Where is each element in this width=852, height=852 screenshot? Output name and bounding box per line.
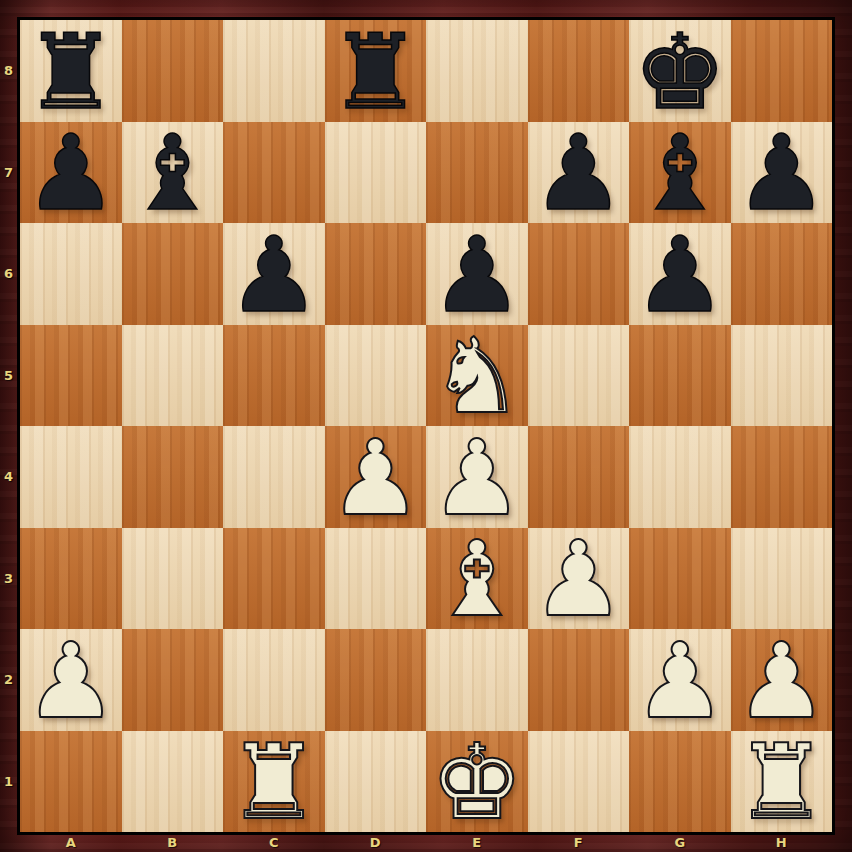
square-b7[interactable]: ♝: [122, 122, 224, 224]
square-g2[interactable]: ♟: [629, 629, 731, 731]
rank-label-1: 1: [0, 731, 17, 833]
square-b4[interactable]: [122, 426, 224, 528]
square-f5[interactable]: [528, 325, 630, 427]
black-pawn-piece[interactable]: ♟: [227, 223, 320, 325]
file-label-f: F: [528, 832, 630, 852]
square-b1[interactable]: [122, 731, 224, 833]
square-a4[interactable]: [20, 426, 122, 528]
rank-label-4: 4: [0, 426, 17, 528]
black-pawn-piece[interactable]: ♟: [532, 122, 625, 224]
board: ♜♜♚♟♝♟♝♟♟♟♟♞♟♟♝♟♟♟♟♜♚♜: [17, 17, 835, 835]
square-h3[interactable]: [731, 528, 833, 630]
square-c2[interactable]: [223, 629, 325, 731]
square-c7[interactable]: [223, 122, 325, 224]
black-pawn-piece[interactable]: ♟: [735, 122, 828, 224]
white-rook-piece[interactable]: ♜: [227, 731, 320, 833]
white-pawn-piece[interactable]: ♟: [532, 528, 625, 630]
white-king-piece[interactable]: ♚: [430, 731, 523, 833]
file-label-h: H: [731, 832, 833, 852]
square-g8[interactable]: ♚: [629, 20, 731, 122]
square-h8[interactable]: [731, 20, 833, 122]
square-d1[interactable]: [325, 731, 427, 833]
square-g6[interactable]: ♟: [629, 223, 731, 325]
square-d4[interactable]: ♟: [325, 426, 427, 528]
rank-label-5: 5: [0, 325, 17, 427]
black-bishop-piece[interactable]: ♝: [126, 122, 219, 224]
chess-board-frame: 87654321 ♜♜♚♟♝♟♝♟♟♟♟♞♟♟♝♟♟♟♟♜♚♜ ABCDEFGH: [0, 0, 852, 852]
square-e3[interactable]: ♝: [426, 528, 528, 630]
square-a7[interactable]: ♟: [20, 122, 122, 224]
square-a2[interactable]: ♟: [20, 629, 122, 731]
square-h7[interactable]: ♟: [731, 122, 833, 224]
square-b8[interactable]: [122, 20, 224, 122]
square-f1[interactable]: [528, 731, 630, 833]
white-pawn-piece[interactable]: ♟: [430, 426, 523, 528]
square-h6[interactable]: [731, 223, 833, 325]
file-label-e: E: [426, 832, 528, 852]
rank-label-8: 8: [0, 20, 17, 122]
black-king-piece[interactable]: ♚: [633, 20, 726, 122]
square-g1[interactable]: [629, 731, 731, 833]
square-d6[interactable]: [325, 223, 427, 325]
square-g5[interactable]: [629, 325, 731, 427]
square-f2[interactable]: [528, 629, 630, 731]
white-pawn-piece[interactable]: ♟: [633, 629, 726, 731]
black-pawn-piece[interactable]: ♟: [24, 122, 117, 224]
square-e7[interactable]: [426, 122, 528, 224]
rank-label-3: 3: [0, 528, 17, 630]
square-e1[interactable]: ♚: [426, 731, 528, 833]
square-e8[interactable]: [426, 20, 528, 122]
square-b3[interactable]: [122, 528, 224, 630]
square-b6[interactable]: [122, 223, 224, 325]
black-rook-piece[interactable]: ♜: [24, 20, 117, 122]
square-f7[interactable]: ♟: [528, 122, 630, 224]
file-label-b: B: [122, 832, 224, 852]
square-h2[interactable]: ♟: [731, 629, 833, 731]
square-d3[interactable]: [325, 528, 427, 630]
file-label-c: C: [223, 832, 325, 852]
white-pawn-piece[interactable]: ♟: [735, 629, 828, 731]
square-e5[interactable]: ♞: [426, 325, 528, 427]
square-b2[interactable]: [122, 629, 224, 731]
square-e6[interactable]: ♟: [426, 223, 528, 325]
rank-label-7: 7: [0, 122, 17, 224]
square-e4[interactable]: ♟: [426, 426, 528, 528]
square-d8[interactable]: ♜: [325, 20, 427, 122]
white-rook-piece[interactable]: ♜: [735, 731, 828, 833]
square-e2[interactable]: [426, 629, 528, 731]
square-d2[interactable]: [325, 629, 427, 731]
square-a3[interactable]: [20, 528, 122, 630]
square-b5[interactable]: [122, 325, 224, 427]
white-bishop-piece[interactable]: ♝: [430, 528, 523, 630]
rank-labels: 87654321: [0, 20, 17, 832]
square-g4[interactable]: [629, 426, 731, 528]
file-label-g: G: [629, 832, 731, 852]
square-f6[interactable]: [528, 223, 630, 325]
square-c6[interactable]: ♟: [223, 223, 325, 325]
black-pawn-piece[interactable]: ♟: [430, 223, 523, 325]
square-h4[interactable]: [731, 426, 833, 528]
file-label-d: D: [325, 832, 427, 852]
white-pawn-piece[interactable]: ♟: [24, 629, 117, 731]
square-f3[interactable]: ♟: [528, 528, 630, 630]
square-h5[interactable]: [731, 325, 833, 427]
white-knight-piece[interactable]: ♞: [430, 325, 523, 427]
black-rook-piece[interactable]: ♜: [329, 20, 422, 122]
square-a6[interactable]: [20, 223, 122, 325]
square-a8[interactable]: ♜: [20, 20, 122, 122]
square-d7[interactable]: [325, 122, 427, 224]
square-f4[interactable]: [528, 426, 630, 528]
rank-label-6: 6: [0, 223, 17, 325]
file-label-a: A: [20, 832, 122, 852]
black-pawn-piece[interactable]: ♟: [633, 223, 726, 325]
square-g7[interactable]: ♝: [629, 122, 731, 224]
rank-label-2: 2: [0, 629, 17, 731]
square-c8[interactable]: [223, 20, 325, 122]
square-c5[interactable]: [223, 325, 325, 427]
file-labels: ABCDEFGH: [20, 832, 832, 852]
square-c4[interactable]: [223, 426, 325, 528]
square-h1[interactable]: ♜: [731, 731, 833, 833]
square-c1[interactable]: ♜: [223, 731, 325, 833]
square-a1[interactable]: [20, 731, 122, 833]
square-d5[interactable]: [325, 325, 427, 427]
square-c3[interactable]: [223, 528, 325, 630]
black-bishop-piece[interactable]: ♝: [633, 122, 726, 224]
square-f8[interactable]: [528, 20, 630, 122]
square-g3[interactable]: [629, 528, 731, 630]
square-a5[interactable]: [20, 325, 122, 427]
white-pawn-piece[interactable]: ♟: [329, 426, 422, 528]
